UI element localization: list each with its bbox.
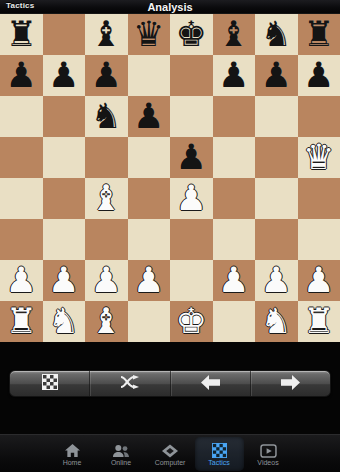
tab-bar: Home Online Computer bbox=[0, 434, 340, 472]
piece-white-pawn: ♟ bbox=[170, 178, 213, 219]
square-g5[interactable] bbox=[255, 137, 298, 178]
piece-black-rook: ♜ bbox=[298, 14, 340, 55]
piece-black-pawn: ♟ bbox=[255, 55, 298, 96]
square-f6[interactable] bbox=[213, 96, 256, 137]
square-d7[interactable] bbox=[128, 55, 171, 96]
square-b1[interactable]: ♞ bbox=[43, 301, 86, 342]
piece-black-pawn: ♟ bbox=[85, 55, 128, 96]
square-e2[interactable] bbox=[170, 260, 213, 301]
square-g1[interactable]: ♞ bbox=[255, 301, 298, 342]
square-e4[interactable]: ♟ bbox=[170, 178, 213, 219]
piece-white-pawn: ♟ bbox=[85, 260, 128, 301]
piece-white-pawn: ♟ bbox=[128, 260, 171, 301]
square-b8[interactable] bbox=[43, 14, 86, 55]
square-d8[interactable]: ♛ bbox=[128, 14, 171, 55]
piece-white-pawn: ♟ bbox=[255, 260, 298, 301]
video-icon bbox=[260, 441, 277, 458]
shuffle-button[interactable] bbox=[89, 371, 169, 396]
square-d2[interactable]: ♟ bbox=[128, 260, 171, 301]
board-setup-button[interactable] bbox=[10, 371, 89, 396]
chess-board: ♜♝♛♚♝♞♜♟♟♟♟♟♟♞♟♟♛♝♟♟♟♟♟♟♟♟♜♞♝♚♞♜ bbox=[0, 14, 340, 342]
piece-white-king: ♚ bbox=[170, 301, 213, 342]
tab-computer[interactable]: Computer bbox=[146, 437, 195, 471]
square-a7[interactable]: ♟ bbox=[0, 55, 43, 96]
piece-black-rook: ♜ bbox=[0, 14, 43, 55]
square-f2[interactable]: ♟ bbox=[213, 260, 256, 301]
tab-videos[interactable]: Videos bbox=[244, 437, 293, 471]
square-e8[interactable]: ♚ bbox=[170, 14, 213, 55]
piece-black-pawn: ♟ bbox=[213, 55, 256, 96]
square-d5[interactable] bbox=[128, 137, 171, 178]
tab-online-label: Online bbox=[111, 459, 131, 467]
square-e6[interactable] bbox=[170, 96, 213, 137]
piece-white-pawn: ♟ bbox=[0, 260, 43, 301]
square-a2[interactable]: ♟ bbox=[0, 260, 43, 301]
square-b3[interactable] bbox=[43, 219, 86, 260]
square-b5[interactable] bbox=[43, 137, 86, 178]
square-f5[interactable] bbox=[213, 137, 256, 178]
square-f3[interactable] bbox=[213, 219, 256, 260]
analysis-toolbar bbox=[9, 370, 331, 397]
tab-videos-label: Videos bbox=[257, 459, 278, 467]
tab-home[interactable]: Home bbox=[48, 437, 97, 471]
square-a8[interactable]: ♜ bbox=[0, 14, 43, 55]
square-c2[interactable]: ♟ bbox=[85, 260, 128, 301]
square-e5[interactable]: ♟ bbox=[170, 137, 213, 178]
square-h7[interactable]: ♟ bbox=[298, 55, 340, 96]
square-a3[interactable] bbox=[0, 219, 43, 260]
square-f7[interactable]: ♟ bbox=[213, 55, 256, 96]
square-e1[interactable]: ♚ bbox=[170, 301, 213, 342]
square-g6[interactable] bbox=[255, 96, 298, 137]
piece-white-pawn: ♟ bbox=[298, 260, 340, 301]
square-g4[interactable] bbox=[255, 178, 298, 219]
square-a1[interactable]: ♜ bbox=[0, 301, 43, 342]
square-g2[interactable]: ♟ bbox=[255, 260, 298, 301]
piece-black-pawn: ♟ bbox=[43, 55, 86, 96]
square-g3[interactable] bbox=[255, 219, 298, 260]
piece-white-rook: ♜ bbox=[0, 301, 43, 342]
square-h4[interactable] bbox=[298, 178, 340, 219]
square-g8[interactable]: ♞ bbox=[255, 14, 298, 55]
square-b4[interactable] bbox=[43, 178, 86, 219]
square-a5[interactable] bbox=[0, 137, 43, 178]
piece-black-king: ♚ bbox=[170, 14, 213, 55]
square-c8[interactable]: ♝ bbox=[85, 14, 128, 55]
square-c1[interactable]: ♝ bbox=[85, 301, 128, 342]
chess-app-screen: Tactics Analysis ♜♝♛♚♝♞♜♟♟♟♟♟♟♞♟♟♛♝♟♟♟♟♟… bbox=[0, 0, 340, 472]
square-c7[interactable]: ♟ bbox=[85, 55, 128, 96]
checkerboard-icon bbox=[212, 441, 227, 458]
piece-black-bishop: ♝ bbox=[213, 14, 256, 55]
square-d3[interactable] bbox=[128, 219, 171, 260]
square-h3[interactable] bbox=[298, 219, 340, 260]
square-b6[interactable] bbox=[43, 96, 86, 137]
square-h2[interactable]: ♟ bbox=[298, 260, 340, 301]
page-title: Analysis bbox=[0, 0, 340, 14]
square-h5[interactable]: ♛ bbox=[298, 137, 340, 178]
computer-icon bbox=[161, 441, 179, 458]
piece-white-knight: ♞ bbox=[43, 301, 86, 342]
square-e3[interactable] bbox=[170, 219, 213, 260]
next-move-button[interactable] bbox=[250, 371, 330, 396]
shuffle-icon bbox=[120, 375, 140, 392]
piece-white-knight: ♞ bbox=[255, 301, 298, 342]
square-h8[interactable]: ♜ bbox=[298, 14, 340, 55]
square-f8[interactable]: ♝ bbox=[213, 14, 256, 55]
tab-home-label: Home bbox=[63, 459, 82, 467]
square-d1[interactable] bbox=[128, 301, 171, 342]
piece-black-pawn: ♟ bbox=[0, 55, 43, 96]
square-c3[interactable] bbox=[85, 219, 128, 260]
piece-black-knight: ♞ bbox=[85, 96, 128, 137]
piece-white-bishop: ♝ bbox=[85, 301, 128, 342]
navigation-bar: Tactics Analysis bbox=[0, 0, 340, 14]
square-e7[interactable] bbox=[170, 55, 213, 96]
people-icon bbox=[112, 441, 130, 458]
square-h1[interactable]: ♜ bbox=[298, 301, 340, 342]
checkerboard-icon bbox=[42, 374, 58, 393]
square-g7[interactable]: ♟ bbox=[255, 55, 298, 96]
square-f4[interactable] bbox=[213, 178, 256, 219]
piece-white-pawn: ♟ bbox=[43, 260, 86, 301]
piece-black-pawn: ♟ bbox=[128, 96, 171, 137]
piece-black-queen: ♛ bbox=[128, 14, 171, 55]
tab-online[interactable]: Online bbox=[97, 437, 146, 471]
square-c6[interactable]: ♞ bbox=[85, 96, 128, 137]
tab-computer-label: Computer bbox=[155, 459, 186, 467]
piece-white-bishop: ♝ bbox=[85, 178, 128, 219]
piece-white-pawn: ♟ bbox=[213, 260, 256, 301]
square-f1[interactable] bbox=[213, 301, 256, 342]
tab-tactics-label: Tactics bbox=[208, 459, 229, 467]
arrow-left-icon bbox=[201, 375, 220, 393]
square-d6[interactable]: ♟ bbox=[128, 96, 171, 137]
piece-white-queen: ♛ bbox=[298, 137, 340, 178]
square-b2[interactable]: ♟ bbox=[43, 260, 86, 301]
piece-black-pawn: ♟ bbox=[298, 55, 340, 96]
square-c4[interactable]: ♝ bbox=[85, 178, 128, 219]
square-a6[interactable] bbox=[0, 96, 43, 137]
tab-tactics[interactable]: Tactics bbox=[195, 437, 244, 471]
arrow-right-icon bbox=[281, 375, 300, 393]
square-c5[interactable] bbox=[85, 137, 128, 178]
previous-move-button[interactable] bbox=[170, 371, 250, 396]
square-h6[interactable] bbox=[298, 96, 340, 137]
piece-black-knight: ♞ bbox=[255, 14, 298, 55]
piece-black-pawn: ♟ bbox=[170, 137, 213, 178]
square-d4[interactable] bbox=[128, 178, 171, 219]
square-a4[interactable] bbox=[0, 178, 43, 219]
piece-white-rook: ♜ bbox=[298, 301, 340, 342]
home-icon bbox=[64, 441, 81, 458]
square-b7[interactable]: ♟ bbox=[43, 55, 86, 96]
piece-black-bishop: ♝ bbox=[85, 14, 128, 55]
